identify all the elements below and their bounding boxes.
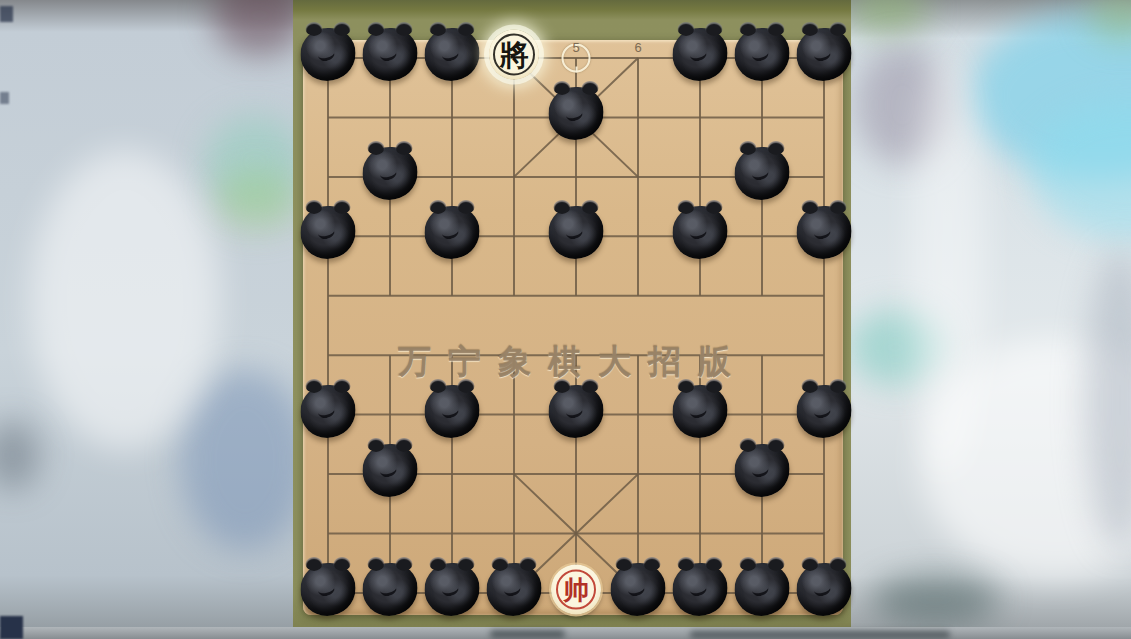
- black-fuzzy-piece[interactable]: [735, 147, 790, 200]
- black-fuzzy-piece[interactable]: [301, 206, 356, 259]
- black-fuzzy-piece[interactable]: [735, 563, 790, 616]
- background-blur-blob: [848, 0, 928, 35]
- background-blur-blob: [180, 370, 310, 550]
- background-blur-blob: [0, 420, 40, 490]
- black-fuzzy-piece[interactable]: [549, 385, 604, 438]
- black-fuzzy-piece[interactable]: [735, 444, 790, 497]
- file-label-5: 5: [572, 41, 579, 54]
- black-fuzzy-piece[interactable]: [611, 563, 666, 616]
- black-fuzzy-piece[interactable]: [425, 385, 480, 438]
- black-fuzzy-piece[interactable]: [549, 87, 604, 140]
- black-fuzzy-piece[interactable]: [673, 206, 728, 259]
- background-dark-mark: [0, 92, 9, 104]
- black-fuzzy-piece[interactable]: [797, 563, 852, 616]
- blurred-background-left: [0, 0, 300, 639]
- black-fuzzy-piece[interactable]: [487, 563, 542, 616]
- background-blur-blob: [870, 575, 1000, 625]
- black-fuzzy-piece[interactable]: [797, 385, 852, 438]
- game-area: 万宁象棋大招版 56將帅: [293, 0, 851, 639]
- black-fuzzy-piece[interactable]: [425, 206, 480, 259]
- background-blur-blob: [215, 170, 300, 230]
- background-dark-mark: [690, 631, 950, 638]
- black-fuzzy-piece[interactable]: [363, 444, 418, 497]
- xiangqi-board[interactable]: 万宁象棋大招版 56將帅: [303, 40, 843, 615]
- background-dark-mark: [490, 630, 565, 638]
- file-label-6: 6: [634, 41, 641, 54]
- background-blur-blob: [910, 55, 985, 475]
- blurred-background-right: [840, 0, 1131, 639]
- black-fuzzy-piece[interactable]: [301, 385, 356, 438]
- background-dark-mark: [0, 616, 23, 639]
- black-fuzzy-piece[interactable]: [673, 385, 728, 438]
- black-fuzzy-piece[interactable]: [797, 206, 852, 259]
- bottom-letterbox-strip: [0, 627, 1131, 639]
- black-fuzzy-piece[interactable]: [363, 147, 418, 200]
- black-fuzzy-piece[interactable]: [363, 563, 418, 616]
- black-fuzzy-piece[interactable]: [301, 28, 356, 81]
- black-fuzzy-piece[interactable]: [549, 206, 604, 259]
- black-fuzzy-piece[interactable]: [301, 563, 356, 616]
- black-fuzzy-piece[interactable]: [425, 28, 480, 81]
- black-fuzzy-piece[interactable]: [673, 563, 728, 616]
- black-fuzzy-piece[interactable]: [735, 28, 790, 81]
- black-fuzzy-piece[interactable]: [673, 28, 728, 81]
- black-fuzzy-piece[interactable]: [425, 563, 480, 616]
- screenshot-stage: 万宁象棋大招版 56將帅: [0, 0, 1131, 639]
- black-fuzzy-piece[interactable]: [797, 28, 852, 81]
- black-general-piece[interactable]: 將: [489, 30, 539, 80]
- pieces-layer: 56將帅: [303, 40, 843, 615]
- background-blur-blob: [30, 150, 220, 450]
- red-general-piece[interactable]: 帅: [551, 564, 601, 614]
- black-fuzzy-piece[interactable]: [363, 28, 418, 81]
- black-general-character: 將: [500, 40, 529, 69]
- red-general-character: 帅: [563, 576, 589, 602]
- background-dark-mark: [0, 6, 13, 22]
